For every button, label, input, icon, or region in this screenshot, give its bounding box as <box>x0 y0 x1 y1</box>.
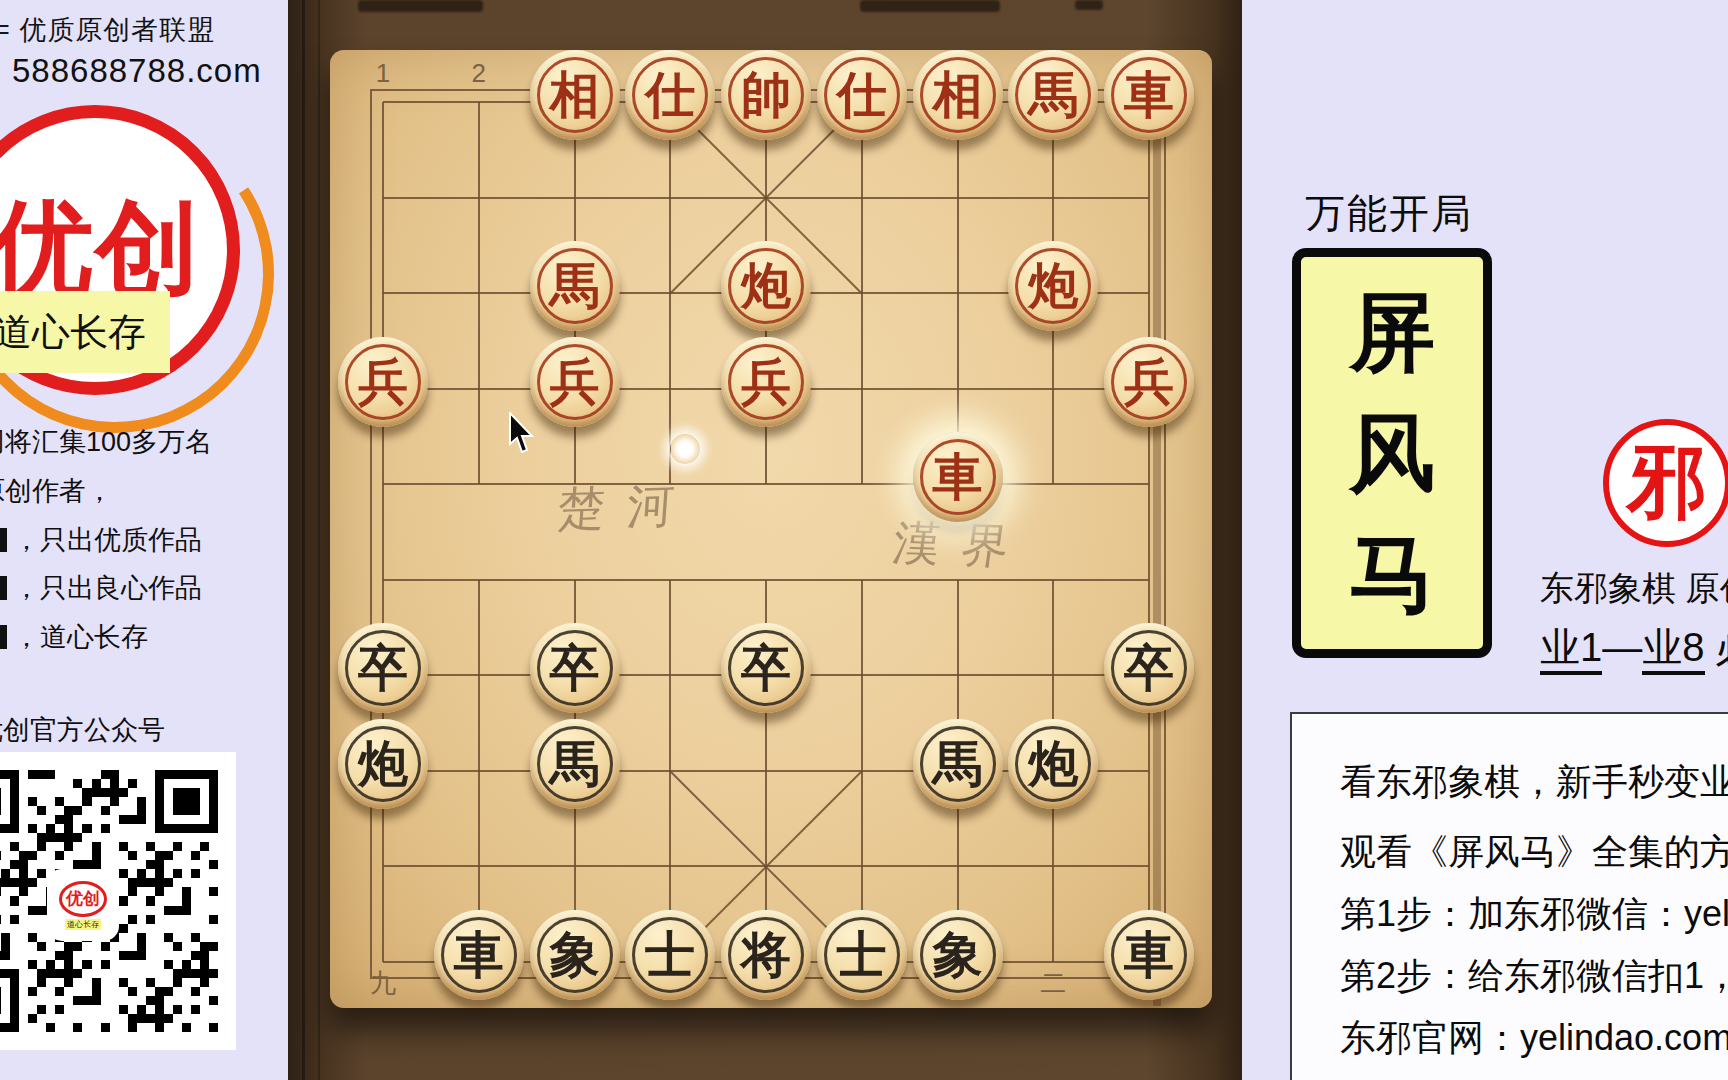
red-piece-炮[interactable]: 炮 <box>721 241 811 331</box>
piece-glyph: 象 <box>933 930 983 980</box>
piece-glyph: 相 <box>933 70 983 120</box>
rank-token: — <box>1602 625 1642 669</box>
piece-glyph: 卒 <box>550 643 600 693</box>
qr-center-logo: 优创 道心长存 <box>50 872 116 938</box>
xie-stamp: 邪 <box>1603 419 1728 547</box>
clipped-char-fragment <box>0 625 7 649</box>
piece-glyph: 将 <box>741 930 791 980</box>
black-piece-馬[interactable]: 馬 <box>913 719 1003 809</box>
creator-description-line: 网将汇集100多万名 <box>0 418 288 467</box>
red-piece-仕[interactable]: 仕 <box>817 50 907 140</box>
rank-token: 业8 <box>1642 625 1704 675</box>
black-piece-卒[interactable]: 卒 <box>530 623 620 713</box>
qr-code-pattern <box>0 752 236 1050</box>
click-sparkle-effect <box>668 432 702 466</box>
red-piece-車[interactable]: 車 <box>913 432 1003 522</box>
official-account-label: 优创官方公众号 <box>0 712 165 748</box>
video-top-overlay-fragment <box>860 0 1000 12</box>
black-piece-車[interactable]: 車 <box>1104 910 1194 1000</box>
file-label-bottom: 二 <box>1040 966 1066 1001</box>
piece-glyph: 馬 <box>550 261 600 311</box>
piece-glyph: 帥 <box>741 70 791 120</box>
clipped-char-fragment <box>0 528 7 552</box>
motto-banner-text: 道心长存 <box>0 307 146 358</box>
red-piece-馬[interactable]: 馬 <box>1008 50 1098 140</box>
piece-glyph: 炮 <box>741 261 791 311</box>
black-piece-卒[interactable]: 卒 <box>721 623 811 713</box>
black-piece-士[interactable]: 士 <box>625 910 715 1000</box>
promo-text-line: 观看《屏风马》全集的方法 <box>1340 829 1728 874</box>
promo-text-line: 看东邪象棋，新手秒变业6 <box>1340 756 1728 804</box>
opening-card-char: 屏 <box>1349 289 1435 375</box>
motto-banner: 道心长存 <box>0 291 170 373</box>
piece-glyph: 士 <box>645 930 695 980</box>
creator-description-line: ，只出良心作品 <box>0 564 288 613</box>
promo-info-box: 看东邪象棋，新手秒变业6观看《屏风马》全集的方法第1步：加东邪微信：yelind… <box>1290 712 1728 1080</box>
piece-glyph: 兵 <box>358 357 408 407</box>
piece-glyph: 車 <box>933 452 983 502</box>
piece-glyph: 兵 <box>741 357 791 407</box>
piece-glyph: 車 <box>1124 70 1174 120</box>
piece-glyph: 仕 <box>837 70 887 120</box>
piece-glyph: 仕 <box>645 70 695 120</box>
red-piece-兵[interactable]: 兵 <box>721 337 811 427</box>
black-piece-将[interactable]: 将 <box>721 910 811 1000</box>
piece-glyph: 兵 <box>1124 357 1174 407</box>
website-domain: 588688788.com <box>12 52 262 90</box>
piece-glyph: 車 <box>454 930 504 980</box>
file-label-top: 1 <box>376 58 390 89</box>
promo-text-line: 东邪官网：yelindao.com <box>1340 1015 1728 1060</box>
rank-token: 必 <box>1705 625 1728 669</box>
piece-glyph: 馬 <box>550 739 600 789</box>
qr-code: 优创 道心长存 <box>0 752 236 1050</box>
file-label-top: 2 <box>472 58 486 89</box>
black-piece-炮[interactable]: 炮 <box>1008 719 1098 809</box>
black-piece-象[interactable]: 象 <box>530 910 620 1000</box>
creator-description-line: 原创作者， <box>0 467 288 516</box>
piece-glyph: 卒 <box>1124 643 1174 693</box>
file-label-bottom: 九 <box>370 966 396 1001</box>
right-sidebar: 万能开局 屏风马 邪 东邪象棋 原创作 业1—业8 必 看东邪象棋，新手秒变业6… <box>1242 0 1728 1080</box>
black-piece-馬[interactable]: 馬 <box>530 719 620 809</box>
piece-glyph: 馬 <box>1028 70 1078 120</box>
rank-range-line: 业1—业8 必 <box>1540 620 1728 675</box>
black-piece-象[interactable]: 象 <box>913 910 1003 1000</box>
opening-card-char: 风 <box>1349 410 1435 496</box>
red-piece-炮[interactable]: 炮 <box>1008 241 1098 331</box>
red-piece-仕[interactable]: 仕 <box>625 50 715 140</box>
clipped-char-fragment <box>0 576 7 600</box>
piece-glyph: 兵 <box>550 357 600 407</box>
mouse-cursor <box>508 412 536 458</box>
red-piece-相[interactable]: 相 <box>530 50 620 140</box>
red-piece-兵[interactable]: 兵 <box>1104 337 1194 427</box>
piece-glyph: 士 <box>837 930 887 980</box>
piece-glyph: 車 <box>1124 930 1174 980</box>
red-piece-兵[interactable]: 兵 <box>530 337 620 427</box>
creator-description-line: ，道心长存 <box>0 613 288 662</box>
piece-glyph: 象 <box>550 930 600 980</box>
opening-card-char: 马 <box>1349 531 1435 617</box>
video-top-overlay-fragment <box>358 0 483 12</box>
piece-glyph: 炮 <box>358 739 408 789</box>
red-piece-車[interactable]: 車 <box>1104 50 1194 140</box>
video-top-overlay-fragment <box>1075 0 1103 10</box>
creator-description-line: ，只出优质作品 <box>0 516 288 565</box>
piece-glyph: 馬 <box>933 739 983 789</box>
creator-description-block: 网将汇集100多万名原创作者，，只出优质作品，只出良心作品，道心长存 <box>0 418 288 662</box>
channel-credit: 东邪象棋 原创作 <box>1540 566 1728 612</box>
piece-glyph: 卒 <box>358 643 408 693</box>
rank-token: 业1 <box>1540 625 1602 675</box>
river-text-left: 楚河 <box>556 474 699 542</box>
red-piece-相[interactable]: 相 <box>913 50 1003 140</box>
piece-glyph: 相 <box>550 70 600 120</box>
xie-stamp-char: 邪 <box>1627 429 1707 537</box>
black-piece-炮[interactable]: 炮 <box>338 719 428 809</box>
qr-logo-circle: 优创 <box>59 881 107 917</box>
qr-logo-banner: 道心长存 <box>65 919 101 930</box>
piece-glyph: 炮 <box>1028 739 1078 789</box>
opening-heading: 万能开局 <box>1305 186 1473 241</box>
black-piece-士[interactable]: 士 <box>817 910 907 1000</box>
left-sidebar: = 优质原创者联盟 588688788.com 优创 道心长存 网将汇集100多… <box>0 0 288 1080</box>
black-piece-卒[interactable]: 卒 <box>338 623 428 713</box>
screenshot-stage: 12九二 楚河 漢界 相仕帥仕相馬車馬炮炮兵兵兵兵車卒卒卒卒炮馬馬炮車象士将士象… <box>0 0 1728 1080</box>
piece-glyph: 炮 <box>1028 261 1078 311</box>
black-piece-卒[interactable]: 卒 <box>1104 623 1194 713</box>
red-piece-帥[interactable]: 帥 <box>721 50 811 140</box>
black-piece-車[interactable]: 車 <box>434 910 524 1000</box>
piece-glyph: 卒 <box>741 643 791 693</box>
promo-text-line: 第1步：加东邪微信：yelindao <box>1340 891 1728 936</box>
screen-horse-card: 屏风马 <box>1292 248 1492 658</box>
red-piece-馬[interactable]: 馬 <box>530 241 620 331</box>
red-piece-兵[interactable]: 兵 <box>338 337 428 427</box>
promo-text-line: 第2步：给东邪微信扣1，完事 <box>1340 953 1728 998</box>
alliance-slogan: = 优质原创者联盟 <box>0 12 215 48</box>
